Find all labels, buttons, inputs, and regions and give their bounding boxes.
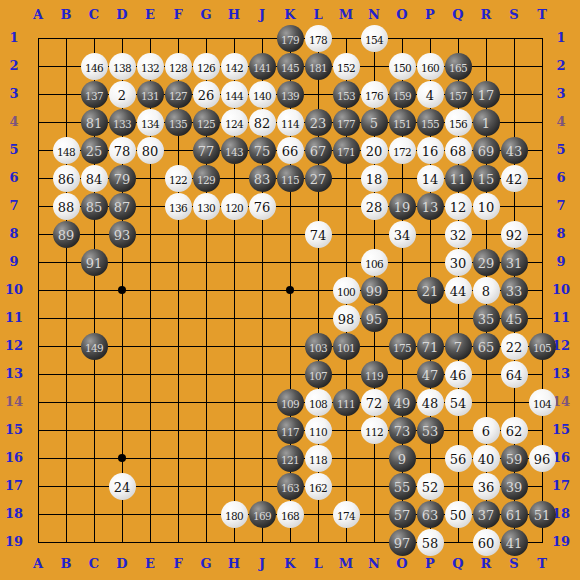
stone-D8[interactable]: 93 — [109, 221, 136, 248]
stone-P12[interactable]: 71 — [417, 333, 444, 360]
stone-R19[interactable]: 60 — [473, 529, 500, 556]
move-number: 49 — [394, 396, 411, 411]
stone-L14[interactable]: 108 — [305, 389, 332, 416]
row-label-right-19: 19 — [548, 534, 574, 549]
stone-O19[interactable]: 97 — [389, 529, 416, 556]
move-number: 99 — [366, 284, 383, 299]
stone-H4[interactable]: 124 — [221, 109, 248, 136]
move-number: 62 — [506, 424, 523, 439]
move-number: 156 — [449, 118, 467, 130]
stone-O8[interactable]: 34 — [389, 221, 416, 248]
move-number: 72 — [366, 396, 383, 411]
stone-Q16[interactable]: 56 — [445, 445, 472, 472]
stone-R15[interactable]: 6 — [473, 417, 500, 444]
stone-L4[interactable]: 23 — [305, 109, 332, 136]
stone-M12[interactable]: 101 — [333, 333, 360, 360]
stone-Q3[interactable]: 157 — [445, 81, 472, 108]
move-number: 91 — [86, 256, 103, 271]
grid-cell — [234, 290, 262, 318]
grid-cell — [150, 402, 178, 430]
move-number: 165 — [449, 62, 467, 74]
stone-G3[interactable]: 26 — [193, 81, 220, 108]
stone-L2[interactable]: 181 — [305, 53, 332, 80]
grid-cell — [122, 402, 150, 430]
col-label-top-F: F — [164, 7, 192, 22]
stone-O14[interactable]: 49 — [389, 389, 416, 416]
stone-E4[interactable]: 134 — [137, 109, 164, 136]
move-number: 111 — [337, 398, 355, 410]
grid-cell — [346, 458, 374, 486]
stone-K1[interactable]: 179 — [277, 25, 304, 52]
move-number: 168 — [281, 510, 299, 522]
grid-cell — [206, 430, 234, 458]
stone-P17[interactable]: 52 — [417, 473, 444, 500]
stone-G4[interactable]: 125 — [193, 109, 220, 136]
col-label-bottom-Q: Q — [444, 556, 472, 571]
stone-S11[interactable]: 45 — [501, 305, 528, 332]
row-label-left-19: 19 — [1, 534, 27, 549]
move-number: 31 — [506, 256, 523, 271]
move-number: 41 — [506, 536, 523, 551]
stone-D6[interactable]: 79 — [109, 165, 136, 192]
stone-L1[interactable]: 178 — [305, 25, 332, 52]
grid-cell — [38, 94, 66, 122]
stone-M11[interactable]: 98 — [333, 305, 360, 332]
grid-cell — [178, 234, 206, 262]
stone-Q8[interactable]: 32 — [445, 221, 472, 248]
stone-F3[interactable]: 127 — [165, 81, 192, 108]
stone-G7[interactable]: 130 — [193, 193, 220, 220]
stone-O5[interactable]: 172 — [389, 137, 416, 164]
stone-N9[interactable]: 106 — [361, 249, 388, 276]
stone-S6[interactable]: 42 — [501, 165, 528, 192]
stone-O4[interactable]: 151 — [389, 109, 416, 136]
col-label-bottom-T: T — [528, 556, 556, 571]
stone-L17[interactable]: 162 — [305, 473, 332, 500]
move-number: 8 — [482, 284, 490, 299]
grid-cell — [206, 318, 234, 346]
stone-L5[interactable]: 67 — [305, 137, 332, 164]
stone-L16[interactable]: 118 — [305, 445, 332, 472]
stone-F6[interactable]: 122 — [165, 165, 192, 192]
move-number: 132 — [141, 62, 159, 74]
stone-P3[interactable]: 4 — [417, 81, 444, 108]
grid-cell — [206, 290, 234, 318]
stone-D2[interactable]: 138 — [109, 53, 136, 80]
move-number: 80 — [142, 144, 159, 159]
stone-C12[interactable]: 149 — [81, 333, 108, 360]
row-label-right-8: 8 — [548, 226, 574, 241]
stone-C2[interactable]: 146 — [81, 53, 108, 80]
row-label-right-17: 17 — [548, 478, 574, 493]
stone-C3[interactable]: 137 — [81, 81, 108, 108]
stone-J5[interactable]: 75 — [249, 137, 276, 164]
stone-L13[interactable]: 107 — [305, 361, 332, 388]
grid-cell — [94, 430, 122, 458]
stone-R5[interactable]: 69 — [473, 137, 500, 164]
stone-R11[interactable]: 35 — [473, 305, 500, 332]
move-number: 9 — [398, 452, 406, 467]
stone-P18[interactable]: 63 — [417, 501, 444, 528]
stone-C6[interactable]: 84 — [81, 165, 108, 192]
stone-C5[interactable]: 25 — [81, 137, 108, 164]
move-number: 120 — [225, 202, 243, 214]
move-number: 32 — [450, 228, 467, 243]
move-number: 12 — [450, 200, 467, 215]
stone-O16[interactable]: 9 — [389, 445, 416, 472]
stone-H7[interactable]: 120 — [221, 193, 248, 220]
move-number: 180 — [225, 510, 243, 522]
move-number: 73 — [394, 424, 411, 439]
col-label-top-A: A — [24, 7, 52, 22]
grid-cell — [94, 290, 122, 318]
move-number: 130 — [197, 202, 215, 214]
row-label-left-13: 13 — [1, 366, 27, 381]
move-number: 104 — [533, 398, 551, 410]
move-number: 35 — [478, 312, 495, 327]
stone-J18[interactable]: 169 — [249, 501, 276, 528]
row-label-left-16: 16 — [1, 450, 27, 465]
stone-Q18[interactable]: 50 — [445, 501, 472, 528]
move-number: 44 — [450, 284, 467, 299]
stone-B7[interactable]: 88 — [53, 193, 80, 220]
move-number: 57 — [394, 508, 411, 523]
stone-T18[interactable]: 51 — [529, 501, 556, 528]
grid-cell — [150, 262, 178, 290]
move-number: 103 — [309, 342, 327, 354]
stone-P19[interactable]: 58 — [417, 529, 444, 556]
stone-S12[interactable]: 22 — [501, 333, 528, 360]
stone-K16[interactable]: 121 — [277, 445, 304, 472]
go-board: AABBCCDDEEFFGGHHJJKKLLMMNNOOPPQQRRSSTT11… — [0, 0, 580, 580]
col-label-bottom-L: L — [304, 556, 332, 571]
stone-O18[interactable]: 57 — [389, 501, 416, 528]
stone-D3[interactable]: 2 — [109, 81, 136, 108]
stone-L15[interactable]: 110 — [305, 417, 332, 444]
stone-O17[interactable]: 55 — [389, 473, 416, 500]
move-number: 7 — [454, 340, 462, 355]
stone-Q5[interactable]: 68 — [445, 137, 472, 164]
stone-C9[interactable]: 91 — [81, 249, 108, 276]
grid-cell — [206, 374, 234, 402]
stone-G6[interactable]: 129 — [193, 165, 220, 192]
stone-G5[interactable]: 77 — [193, 137, 220, 164]
move-number: 27 — [310, 172, 327, 187]
grid-cell — [38, 514, 66, 542]
move-number: 179 — [281, 34, 299, 46]
grid-cell — [234, 346, 262, 374]
stone-B5[interactable]: 148 — [53, 137, 80, 164]
grid-cell — [38, 38, 66, 66]
stone-Q4[interactable]: 156 — [445, 109, 472, 136]
stone-H18[interactable]: 180 — [221, 501, 248, 528]
col-label-bottom-B: B — [52, 556, 80, 571]
col-label-bottom-S: S — [500, 556, 528, 571]
stone-G2[interactable]: 126 — [193, 53, 220, 80]
row-label-left-17: 17 — [1, 478, 27, 493]
stone-R18[interactable]: 37 — [473, 501, 500, 528]
move-number: 175 — [393, 342, 411, 354]
move-number: 155 — [421, 118, 439, 130]
stone-E3[interactable]: 131 — [137, 81, 164, 108]
stone-O7[interactable]: 19 — [389, 193, 416, 220]
move-number: 86 — [58, 172, 75, 187]
row-label-right-3: 3 — [548, 86, 574, 101]
col-label-bottom-O: O — [388, 556, 416, 571]
stone-T12[interactable]: 105 — [529, 333, 556, 360]
stone-H2[interactable]: 142 — [221, 53, 248, 80]
stone-N7[interactable]: 28 — [361, 193, 388, 220]
stone-E2[interactable]: 132 — [137, 53, 164, 80]
stone-Q14[interactable]: 54 — [445, 389, 472, 416]
grid-cell — [178, 346, 206, 374]
stone-J6[interactable]: 83 — [249, 165, 276, 192]
stone-Q12[interactable]: 7 — [445, 333, 472, 360]
stone-Q10[interactable]: 44 — [445, 277, 472, 304]
stone-Q13[interactable]: 46 — [445, 361, 472, 388]
stone-P10[interactable]: 21 — [417, 277, 444, 304]
stone-S8[interactable]: 92 — [501, 221, 528, 248]
stone-P5[interactable]: 16 — [417, 137, 444, 164]
stone-N11[interactable]: 95 — [361, 305, 388, 332]
move-number: 50 — [450, 508, 467, 523]
row-label-right-7: 7 — [548, 198, 574, 213]
move-number: 152 — [337, 62, 355, 74]
grid-cell — [178, 262, 206, 290]
grid-cell — [514, 94, 542, 122]
stone-L6[interactable]: 27 — [305, 165, 332, 192]
row-label-left-14: 14 — [1, 394, 27, 409]
move-number: 100 — [337, 286, 355, 298]
stone-D5[interactable]: 78 — [109, 137, 136, 164]
stone-N6[interactable]: 18 — [361, 165, 388, 192]
stone-N4[interactable]: 5 — [361, 109, 388, 136]
grid-cell — [122, 262, 150, 290]
stone-R7[interactable]: 10 — [473, 193, 500, 220]
col-label-top-R: R — [472, 7, 500, 22]
move-number: 59 — [506, 452, 523, 467]
stone-C7[interactable]: 85 — [81, 193, 108, 220]
move-number: 160 — [421, 62, 439, 74]
stone-M2[interactable]: 152 — [333, 53, 360, 80]
stone-K4[interactable]: 114 — [277, 109, 304, 136]
stone-D4[interactable]: 133 — [109, 109, 136, 136]
stone-J7[interactable]: 76 — [249, 193, 276, 220]
move-number: 144 — [225, 90, 243, 102]
stone-N10[interactable]: 99 — [361, 277, 388, 304]
move-number: 105 — [533, 342, 551, 354]
stone-Q9[interactable]: 30 — [445, 249, 472, 276]
col-label-bottom-J: J — [248, 556, 276, 571]
move-number: 172 — [393, 146, 411, 158]
stone-M18[interactable]: 174 — [333, 501, 360, 528]
stone-K3[interactable]: 139 — [277, 81, 304, 108]
move-number: 169 — [253, 510, 271, 522]
col-label-bottom-M: M — [332, 556, 360, 571]
grid-cell — [38, 374, 66, 402]
grid-cell — [150, 290, 178, 318]
row-label-left-15: 15 — [1, 422, 27, 437]
stone-S15[interactable]: 62 — [501, 417, 528, 444]
grid-cell — [94, 374, 122, 402]
move-number: 133 — [113, 118, 131, 130]
stone-E5[interactable]: 80 — [137, 137, 164, 164]
star-point-D10 — [118, 286, 126, 294]
stone-P15[interactable]: 53 — [417, 417, 444, 444]
stone-M14[interactable]: 111 — [333, 389, 360, 416]
stone-L8[interactable]: 74 — [305, 221, 332, 248]
stone-T14[interactable]: 104 — [529, 389, 556, 416]
col-label-top-O: O — [388, 7, 416, 22]
stone-P6[interactable]: 14 — [417, 165, 444, 192]
move-number: 33 — [506, 284, 523, 299]
stone-J2[interactable]: 141 — [249, 53, 276, 80]
move-number: 174 — [337, 510, 355, 522]
stone-R12[interactable]: 65 — [473, 333, 500, 360]
stone-S17[interactable]: 39 — [501, 473, 528, 500]
stone-J3[interactable]: 140 — [249, 81, 276, 108]
stone-O3[interactable]: 159 — [389, 81, 416, 108]
stone-H5[interactable]: 143 — [221, 137, 248, 164]
col-label-top-H: H — [220, 7, 248, 22]
stone-F2[interactable]: 128 — [165, 53, 192, 80]
move-number: 107 — [309, 370, 327, 382]
stone-S10[interactable]: 33 — [501, 277, 528, 304]
stone-M10[interactable]: 100 — [333, 277, 360, 304]
stone-R10[interactable]: 8 — [473, 277, 500, 304]
grid-cell — [234, 234, 262, 262]
stone-D17[interactable]: 24 — [109, 473, 136, 500]
stone-B8[interactable]: 89 — [53, 221, 80, 248]
stone-S9[interactable]: 31 — [501, 249, 528, 276]
stone-N13[interactable]: 119 — [361, 361, 388, 388]
stone-R4[interactable]: 1 — [473, 109, 500, 136]
stone-R6[interactable]: 15 — [473, 165, 500, 192]
stone-P7[interactable]: 13 — [417, 193, 444, 220]
move-number: 77 — [198, 144, 215, 159]
move-number: 136 — [169, 202, 187, 214]
stone-R9[interactable]: 29 — [473, 249, 500, 276]
move-number: 39 — [506, 480, 523, 495]
stone-P4[interactable]: 155 — [417, 109, 444, 136]
grid-cell — [178, 458, 206, 486]
stone-K2[interactable]: 145 — [277, 53, 304, 80]
stone-M4[interactable]: 177 — [333, 109, 360, 136]
stone-C4[interactable]: 81 — [81, 109, 108, 136]
stone-R17[interactable]: 36 — [473, 473, 500, 500]
move-number: 19 — [394, 200, 411, 215]
stone-K14[interactable]: 109 — [277, 389, 304, 416]
stone-S13[interactable]: 64 — [501, 361, 528, 388]
grid-cell — [486, 38, 514, 66]
stone-Q2[interactable]: 165 — [445, 53, 472, 80]
move-number: 181 — [309, 62, 327, 74]
col-label-top-Q: Q — [444, 7, 472, 22]
move-number: 14 — [422, 172, 439, 187]
stone-P13[interactable]: 47 — [417, 361, 444, 388]
stone-R3[interactable]: 17 — [473, 81, 500, 108]
stone-M3[interactable]: 153 — [333, 81, 360, 108]
stone-K15[interactable]: 117 — [277, 417, 304, 444]
stone-L12[interactable]: 103 — [305, 333, 332, 360]
grid-cell — [150, 346, 178, 374]
stone-O2[interactable]: 150 — [389, 53, 416, 80]
stone-O15[interactable]: 73 — [389, 417, 416, 444]
grid-cell — [150, 374, 178, 402]
stone-K5[interactable]: 66 — [277, 137, 304, 164]
stone-P2[interactable]: 160 — [417, 53, 444, 80]
move-number: 74 — [310, 228, 327, 243]
move-number: 134 — [141, 118, 159, 130]
move-number: 11 — [450, 172, 467, 187]
move-number: 176 — [365, 90, 383, 102]
stone-H3[interactable]: 144 — [221, 81, 248, 108]
grid-cell — [38, 346, 66, 374]
grid-cell — [38, 486, 66, 514]
move-number: 121 — [281, 454, 299, 466]
stone-K6[interactable]: 115 — [277, 165, 304, 192]
stone-O12[interactable]: 175 — [389, 333, 416, 360]
grid-cell — [38, 402, 66, 430]
stone-S5[interactable]: 43 — [501, 137, 528, 164]
move-number: 4 — [426, 88, 434, 103]
move-number: 34 — [394, 228, 411, 243]
stone-S18[interactable]: 61 — [501, 501, 528, 528]
move-number: 145 — [281, 62, 299, 74]
stone-T16[interactable]: 96 — [529, 445, 556, 472]
stone-N1[interactable]: 154 — [361, 25, 388, 52]
move-number: 17 — [478, 88, 495, 103]
stone-D7[interactable]: 87 — [109, 193, 136, 220]
stone-P14[interactable]: 48 — [417, 389, 444, 416]
stone-F7[interactable]: 136 — [165, 193, 192, 220]
stone-B6[interactable]: 86 — [53, 165, 80, 192]
move-number: 114 — [281, 118, 299, 130]
stone-N5[interactable]: 20 — [361, 137, 388, 164]
stone-N3[interactable]: 176 — [361, 81, 388, 108]
row-label-left-9: 9 — [1, 254, 27, 269]
move-number: 15 — [478, 172, 495, 187]
stone-S16[interactable]: 59 — [501, 445, 528, 472]
move-number: 97 — [394, 536, 411, 551]
row-label-left-18: 18 — [1, 506, 27, 521]
move-number: 20 — [366, 144, 383, 159]
col-label-top-J: J — [248, 7, 276, 22]
stone-Q6[interactable]: 11 — [445, 165, 472, 192]
move-number: 98 — [338, 312, 355, 327]
stone-R16[interactable]: 40 — [473, 445, 500, 472]
grid-cell — [234, 458, 262, 486]
grid-cell — [206, 402, 234, 430]
stone-N14[interactable]: 72 — [361, 389, 388, 416]
stone-J4[interactable]: 82 — [249, 109, 276, 136]
grid-cell — [122, 374, 150, 402]
stone-K18[interactable]: 168 — [277, 501, 304, 528]
stone-M5[interactable]: 171 — [333, 137, 360, 164]
move-number: 22 — [506, 340, 523, 355]
move-number: 63 — [422, 508, 439, 523]
move-number: 138 — [113, 62, 131, 74]
move-number: 92 — [506, 228, 523, 243]
stone-N15[interactable]: 112 — [361, 417, 388, 444]
stone-F4[interactable]: 135 — [165, 109, 192, 136]
stone-S19[interactable]: 41 — [501, 529, 528, 556]
grid-cell — [178, 514, 206, 542]
move-number: 51 — [534, 508, 551, 523]
move-number: 40 — [478, 452, 495, 467]
stone-K17[interactable]: 163 — [277, 473, 304, 500]
stone-Q7[interactable]: 12 — [445, 193, 472, 220]
